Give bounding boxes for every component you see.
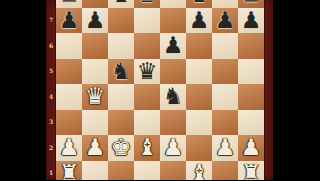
square-h4 bbox=[238, 84, 264, 110]
piece-black-knight-c5: ♞ bbox=[108, 59, 134, 85]
square-g5 bbox=[212, 59, 238, 85]
piece-white-pawn-h2: ♟ bbox=[238, 135, 264, 161]
square-g3 bbox=[212, 110, 238, 136]
square-a7: ♟ bbox=[56, 8, 82, 34]
square-h5 bbox=[238, 59, 264, 85]
square-d8: ♚ bbox=[134, 0, 160, 8]
square-d6 bbox=[134, 33, 160, 59]
square-b1 bbox=[82, 161, 108, 181]
square-a5 bbox=[56, 59, 82, 85]
square-f7: ♟ bbox=[186, 8, 212, 34]
piece-black-knight-e4: ♞ bbox=[160, 84, 186, 110]
piece-white-pawn-g2: ♟ bbox=[212, 135, 238, 161]
square-a6 bbox=[56, 33, 82, 59]
square-d5: ♛ bbox=[134, 59, 160, 85]
square-e2: ♟ bbox=[160, 135, 186, 161]
square-b6 bbox=[82, 33, 108, 59]
square-a3 bbox=[56, 110, 82, 136]
rank-label-1: 1 bbox=[46, 170, 56, 176]
square-b7: ♟ bbox=[82, 8, 108, 34]
square-e4: ♞ bbox=[160, 84, 186, 110]
piece-white-rook-h1: ♜ bbox=[238, 161, 264, 181]
square-c5: ♞ bbox=[108, 59, 134, 85]
square-d2: ♝ bbox=[134, 135, 160, 161]
rank-label-3: 3 bbox=[46, 119, 56, 125]
square-a1: ♜ bbox=[56, 161, 82, 181]
piece-black-pawn-f7: ♟ bbox=[186, 8, 212, 34]
square-b5 bbox=[82, 59, 108, 85]
square-h7: ♟ bbox=[238, 8, 264, 34]
square-g2: ♟ bbox=[212, 135, 238, 161]
board-frame: 87654321 ♜♝♚♝♜♟♟♟♟♟♟♞♛♛♞♟♟♚♝♟♟♟♜♝♜ bbox=[46, 0, 273, 180]
rank-label-7: 7 bbox=[46, 17, 56, 23]
square-h1: ♜ bbox=[238, 161, 264, 181]
piece-black-pawn-g7: ♟ bbox=[212, 8, 238, 34]
square-h3 bbox=[238, 110, 264, 136]
piece-black-pawn-a7: ♟ bbox=[56, 8, 82, 34]
square-e6: ♟ bbox=[160, 33, 186, 59]
square-b4: ♛ bbox=[82, 84, 108, 110]
square-d4 bbox=[134, 84, 160, 110]
square-c4 bbox=[108, 84, 134, 110]
square-f3 bbox=[186, 110, 212, 136]
piece-white-pawn-e2: ♟ bbox=[160, 135, 186, 161]
rank-label-2: 2 bbox=[46, 145, 56, 151]
piece-white-pawn-a2: ♟ bbox=[56, 135, 82, 161]
square-e7 bbox=[160, 8, 186, 34]
square-c2: ♚ bbox=[108, 135, 134, 161]
piece-black-pawn-b7: ♟ bbox=[82, 8, 108, 34]
piece-black-pawn-h7: ♟ bbox=[238, 8, 264, 34]
piece-black-king-d8: ♚ bbox=[134, 0, 160, 8]
square-g7: ♟ bbox=[212, 8, 238, 34]
square-e8 bbox=[160, 0, 186, 8]
square-a2: ♟ bbox=[56, 135, 82, 161]
square-a4 bbox=[56, 84, 82, 110]
piece-white-rook-a1: ♜ bbox=[56, 161, 82, 181]
square-f5 bbox=[186, 59, 212, 85]
square-f2 bbox=[186, 135, 212, 161]
letterbox-left bbox=[0, 0, 46, 180]
square-g6 bbox=[212, 33, 238, 59]
rank-label-6: 6 bbox=[46, 43, 56, 49]
piece-white-queen-b4: ♛ bbox=[82, 84, 108, 110]
letterbox-right bbox=[273, 0, 320, 180]
square-e3 bbox=[160, 110, 186, 136]
square-c3 bbox=[108, 110, 134, 136]
square-b3 bbox=[82, 110, 108, 136]
square-d7 bbox=[134, 8, 160, 34]
piece-white-bishop-d2: ♝ bbox=[134, 135, 160, 161]
square-f6 bbox=[186, 33, 212, 59]
piece-white-pawn-b2: ♟ bbox=[82, 135, 108, 161]
square-c7 bbox=[108, 8, 134, 34]
piece-white-king-c2: ♚ bbox=[108, 135, 134, 161]
rank-label-5: 5 bbox=[46, 68, 56, 74]
square-c6 bbox=[108, 33, 134, 59]
square-c8: ♝ bbox=[108, 0, 134, 8]
square-c1 bbox=[108, 161, 134, 181]
square-h2: ♟ bbox=[238, 135, 264, 161]
rank-label-4: 4 bbox=[46, 94, 56, 100]
piece-black-queen-d5: ♛ bbox=[134, 59, 160, 85]
square-f4 bbox=[186, 84, 212, 110]
video-frame: 87654321 ♜♝♚♝♜♟♟♟♟♟♟♞♛♛♞♟♟♚♝♟♟♟♜♝♜ bbox=[0, 0, 320, 180]
piece-black-bishop-c8: ♝ bbox=[108, 0, 134, 8]
square-d3 bbox=[134, 110, 160, 136]
square-g1 bbox=[212, 161, 238, 181]
square-e1 bbox=[160, 161, 186, 181]
square-d1 bbox=[134, 161, 160, 181]
piece-white-bishop-f1: ♝ bbox=[186, 161, 212, 181]
chess-board: ♜♝♚♝♜♟♟♟♟♟♟♞♛♛♞♟♟♚♝♟♟♟♜♝♜ bbox=[56, 0, 264, 180]
square-h6 bbox=[238, 33, 264, 59]
piece-black-pawn-e6: ♟ bbox=[160, 33, 186, 59]
square-e5 bbox=[160, 59, 186, 85]
square-b2: ♟ bbox=[82, 135, 108, 161]
square-g4 bbox=[212, 84, 238, 110]
square-f1: ♝ bbox=[186, 161, 212, 181]
